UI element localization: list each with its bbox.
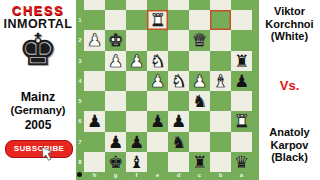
white-queen-c2: ♛	[189, 30, 210, 50]
square-d5[interactable]	[168, 91, 189, 111]
file-label-d: d	[168, 171, 189, 180]
left-panel: CHESS INMORTAL ♚ Mainz (Germany) 2005 SU…	[0, 0, 76, 180]
black-pawn-e6: ♟	[147, 111, 168, 131]
square-c6[interactable]	[189, 111, 210, 131]
board-squares: ♜♟♚♛♟♟♞♜♟♞♟♝♟♞♟♟♟♜♟♟♞♚♝♜♛	[84, 10, 252, 172]
square-b5[interactable]	[210, 91, 231, 111]
white-king-g2: ♚	[105, 30, 126, 50]
black-king-g8: ♚	[105, 152, 126, 172]
white-pawn-f3: ♟	[126, 51, 147, 71]
square-e7[interactable]	[147, 132, 168, 152]
square-c8[interactable]: ♜	[189, 152, 210, 172]
rank-label-3: 3	[76, 51, 84, 71]
square-a7[interactable]	[231, 132, 252, 152]
square-c4[interactable]: ♟	[189, 71, 210, 91]
square-b4[interactable]: ♝	[210, 71, 231, 91]
white-pawn-g3: ♟	[105, 51, 126, 71]
rank-label-8: 8	[76, 152, 84, 172]
white-knight-d4: ♞	[168, 71, 189, 91]
black-pawn-d6: ♟	[168, 111, 189, 131]
square-d8[interactable]	[168, 152, 189, 172]
file-labels: hgfedcba	[84, 171, 252, 180]
file-label-b: b	[210, 171, 231, 180]
event-country: (Germany)	[0, 104, 76, 116]
square-d6[interactable]: ♟	[168, 111, 189, 131]
top-edge-cell	[84, 0, 105, 10]
file-label-e: e	[147, 171, 168, 180]
black-first-name: Anatoly	[259, 126, 320, 139]
black-pawn-a4: ♟	[231, 71, 252, 91]
square-d1[interactable]	[168, 10, 189, 30]
square-g4[interactable]	[105, 71, 126, 91]
square-e3[interactable]: ♞	[147, 51, 168, 71]
square-h8[interactable]	[84, 152, 105, 172]
top-edge-cell	[126, 0, 147, 10]
black-knight-c5: ♞	[189, 91, 210, 111]
rank-label-1: 1	[76, 10, 84, 30]
square-b8[interactable]	[210, 152, 231, 172]
square-f7[interactable]: ♟	[126, 132, 147, 152]
square-h3[interactable]	[84, 51, 105, 71]
square-b1[interactable]	[210, 10, 231, 30]
square-e8[interactable]	[147, 152, 168, 172]
square-h2[interactable]: ♟	[84, 30, 105, 50]
square-b2[interactable]	[210, 30, 231, 50]
square-b6[interactable]	[210, 111, 231, 131]
white-pawn-c4: ♟	[189, 71, 210, 91]
black-bishop-f8: ♝	[126, 152, 147, 172]
square-b3[interactable]	[210, 51, 231, 71]
square-h4[interactable]	[84, 71, 105, 91]
top-edge-cell	[210, 0, 231, 10]
black-knight-d7: ♞	[168, 132, 189, 152]
square-f1[interactable]	[126, 10, 147, 30]
file-label-a: a	[231, 171, 252, 180]
square-h6[interactable]: ♟	[84, 111, 105, 131]
square-g7[interactable]: ♟	[105, 132, 126, 152]
white-rook-e1: ♜	[147, 10, 168, 30]
top-edge-cell	[105, 0, 126, 10]
square-f8[interactable]: ♝	[126, 152, 147, 172]
square-d7[interactable]: ♞	[168, 132, 189, 152]
rank-label-4: 4	[76, 71, 84, 91]
file-label-g: g	[105, 171, 126, 180]
square-g2[interactable]: ♚	[105, 30, 126, 50]
white-last-name: Korchnoi	[259, 18, 320, 31]
square-g1[interactable]	[105, 10, 126, 30]
white-player-name: Viktor Korchnoi (White)	[259, 5, 320, 43]
title-chess: CHESS	[0, 3, 76, 18]
vs-label: Vs.	[259, 78, 320, 93]
right-panel: Viktor Korchnoi (White) Vs. Anatoly Karp…	[259, 0, 320, 180]
corner-dot	[77, 172, 82, 177]
event-year: 2005	[0, 118, 76, 132]
top-edge-cell	[168, 0, 189, 10]
square-e2[interactable]	[147, 30, 168, 50]
cursor-icon	[41, 147, 54, 161]
white-first-name: Viktor	[259, 5, 320, 18]
rank-label-2: 2	[76, 30, 84, 50]
square-c5[interactable]: ♞	[189, 91, 210, 111]
square-a5[interactable]	[231, 91, 252, 111]
square-c2[interactable]: ♛	[189, 30, 210, 50]
white-side-label: (White)	[259, 30, 320, 43]
top-edge-cell	[189, 0, 210, 10]
square-a4[interactable]: ♟	[231, 71, 252, 91]
rank-labels: 12345678	[76, 10, 84, 172]
white-knight-e3: ♞	[147, 51, 168, 71]
square-h7[interactable]	[84, 132, 105, 152]
square-a8[interactable]: ♛	[231, 152, 252, 172]
square-d3[interactable]	[168, 51, 189, 71]
square-c3[interactable]	[189, 51, 210, 71]
file-label-f: f	[126, 171, 147, 180]
square-d4[interactable]: ♞	[168, 71, 189, 91]
file-label-c: c	[189, 171, 210, 180]
square-f3[interactable]: ♟	[126, 51, 147, 71]
square-a6[interactable]: ♜	[231, 111, 252, 131]
white-pawn-e4: ♟	[147, 71, 168, 91]
square-a3[interactable]: ♜	[231, 51, 252, 71]
thumbnail: CHESS INMORTAL ♚ Mainz (Germany) 2005 SU…	[0, 0, 320, 180]
square-f4[interactable]	[126, 71, 147, 91]
square-e6[interactable]: ♟	[147, 111, 168, 131]
square-e4[interactable]: ♟	[147, 71, 168, 91]
board-top-edge	[84, 0, 252, 10]
chess-board: 12345678 ♜♟♚♛♟♟♞♜♟♞♟♝♟♞♟♟♟♜♟♟♞♚♝♜♛ hgfed…	[76, 0, 259, 180]
white-rook-a6: ♜	[231, 111, 252, 131]
white-pawn-h2: ♟	[84, 30, 105, 50]
rank-label-7: 7	[76, 132, 84, 152]
square-h5[interactable]	[84, 91, 105, 111]
black-rook-c8: ♜	[189, 152, 210, 172]
rank-label-6: 6	[76, 111, 84, 131]
black-last-name: Karpov	[259, 139, 320, 152]
top-edge-cell	[147, 0, 168, 10]
black-pawn-g7: ♟	[105, 132, 126, 152]
black-king-icon: ♚	[0, 26, 76, 74]
square-e1[interactable]: ♜	[147, 10, 168, 30]
black-player-name: Anatoly Karpov (Black)	[259, 126, 320, 164]
black-side-label: (Black)	[259, 151, 320, 164]
black-pawn-f7: ♟	[126, 132, 147, 152]
square-c1[interactable]	[189, 10, 210, 30]
file-label-h: h	[84, 171, 105, 180]
square-a2[interactable]	[231, 30, 252, 50]
rank-label-5: 5	[76, 91, 84, 111]
square-g3[interactable]: ♟	[105, 51, 126, 71]
black-rook-a3: ♜	[231, 51, 252, 71]
black-queen-a8: ♛	[231, 152, 252, 172]
event-city: Mainz	[0, 90, 76, 104]
square-a1[interactable]	[231, 10, 252, 30]
square-d2[interactable]	[168, 30, 189, 50]
square-e5[interactable]	[147, 91, 168, 111]
square-g6[interactable]	[105, 111, 126, 131]
black-pawn-h6: ♟	[84, 111, 105, 131]
square-b7[interactable]	[210, 132, 231, 152]
square-c7[interactable]	[189, 132, 210, 152]
white-bishop-b4: ♝	[210, 71, 231, 91]
square-h1[interactable]	[84, 10, 105, 30]
top-edge-cell	[231, 0, 252, 10]
square-g8[interactable]: ♚	[105, 152, 126, 172]
square-g5[interactable]	[105, 91, 126, 111]
square-f2[interactable]	[126, 30, 147, 50]
subscribe-button[interactable]: SUBSCRIBE	[5, 140, 73, 158]
square-f5[interactable]	[126, 91, 147, 111]
square-f6[interactable]	[126, 111, 147, 131]
